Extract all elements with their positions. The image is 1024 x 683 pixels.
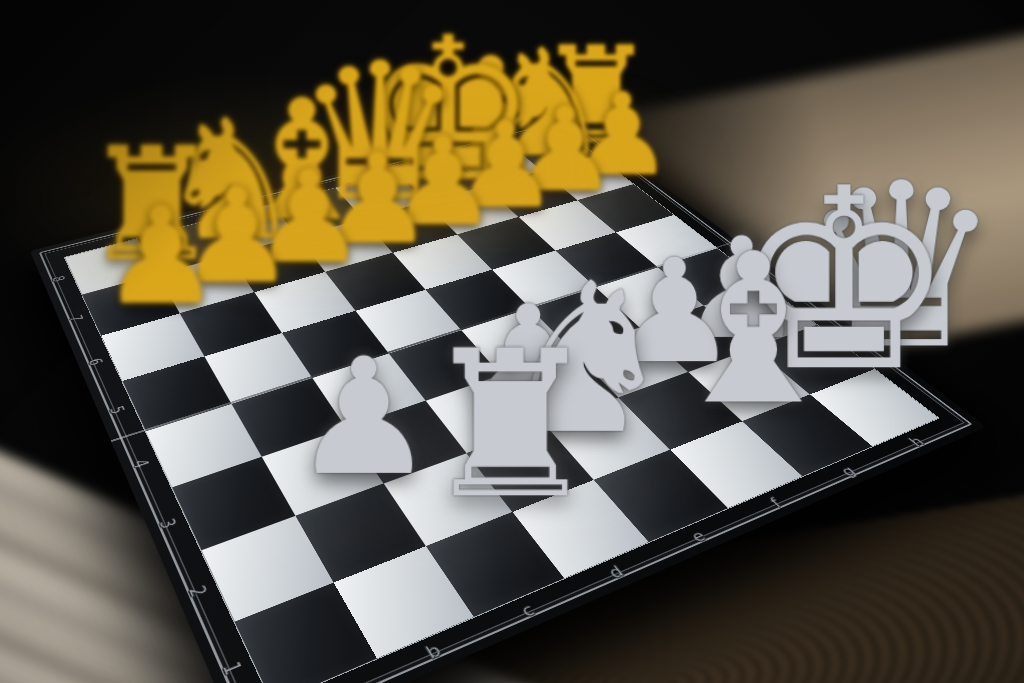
chess-photo: 87654321 abcdefgh ♜♞♝♛♚♝♞♜♟♟♟♟♟♟♟♟♟♟♟♟♜♞…: [0, 0, 1024, 683]
silver-rook[interactable]: ♜: [420, 325, 518, 528]
silver-pawn[interactable]: ♟: [292, 337, 388, 498]
board-scene: 87654321 abcdefgh ♜♞♝♛♚♝♞♜♟♟♟♟♟♟♟♟♟♟♟♟♜♞…: [110, 0, 810, 680]
